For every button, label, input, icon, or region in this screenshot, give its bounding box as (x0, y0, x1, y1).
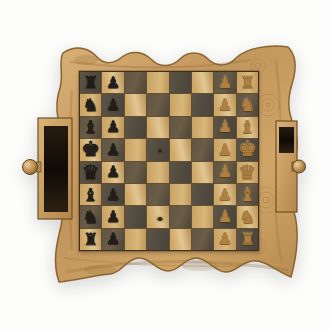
square-g4[interactable] (170, 94, 191, 115)
square-b1[interactable]: ♞ (237, 206, 258, 227)
black-rook-a8[interactable]: ♜ (83, 231, 98, 248)
white-pawn-d2[interactable]: ♟ (218, 164, 232, 180)
square-c3[interactable] (192, 184, 213, 205)
square-a8[interactable]: ♜ (80, 229, 101, 250)
black-pawn-d7[interactable]: ♟ (106, 164, 120, 180)
square-b4[interactable] (170, 206, 191, 227)
square-h7[interactable]: ♟ (102, 72, 123, 93)
square-d2[interactable]: ♟ (214, 162, 235, 183)
black-pawn-h7[interactable]: ♟ (106, 75, 120, 91)
square-d7[interactable]: ♟ (102, 162, 123, 183)
square-g3[interactable] (192, 94, 213, 115)
square-f1[interactable]: ♝ (237, 117, 258, 138)
black-pawn-f7[interactable]: ♟ (106, 119, 120, 135)
square-e8[interactable]: ♚ (80, 139, 101, 160)
white-queen-d1[interactable]: ♛ (238, 162, 256, 182)
black-bishop-c8[interactable]: ♝ (83, 186, 99, 204)
square-a2[interactable]: ♟ (214, 229, 235, 250)
black-king-e8[interactable]: ♚ (81, 139, 100, 160)
white-pawn-b2[interactable]: ♟ (218, 209, 232, 225)
square-c7[interactable]: ♟ (102, 184, 123, 205)
square-b8[interactable]: ♞ (80, 206, 101, 227)
white-pawn-a2[interactable]: ♟ (218, 231, 232, 247)
square-g5[interactable] (147, 94, 168, 115)
square-g2[interactable]: ♟ (214, 94, 235, 115)
square-h8[interactable]: ♜ (80, 72, 101, 93)
white-pawn-g2[interactable]: ♟ (218, 97, 232, 113)
left-drawer-cavity (44, 126, 68, 212)
right-drawer (276, 121, 306, 212)
white-pawn-e2[interactable]: ♟ (218, 142, 232, 158)
white-bishop-f1[interactable]: ♝ (239, 118, 255, 136)
square-a1[interactable]: ♜ (237, 229, 258, 250)
square-a4[interactable] (170, 229, 191, 250)
square-d8[interactable]: ♛ (80, 162, 101, 183)
square-c4[interactable] (170, 184, 191, 205)
white-rook-a1[interactable]: ♜ (240, 231, 255, 248)
square-b5[interactable] (147, 206, 168, 227)
square-g1[interactable]: ♞ (237, 94, 258, 115)
black-pawn-c7[interactable]: ♟ (106, 187, 120, 203)
black-bishop-f8[interactable]: ♝ (83, 118, 99, 136)
square-h3[interactable] (192, 72, 213, 93)
black-pawn-g7[interactable]: ♟ (106, 97, 120, 113)
white-pawn-f2[interactable]: ♟ (218, 119, 232, 135)
square-d3[interactable] (192, 162, 213, 183)
square-h5[interactable] (147, 72, 168, 93)
square-e4[interactable] (170, 139, 191, 160)
chess-board: ♜♟♟♜♞♟♟♞♝♟♟♝♚♟♟♚♛♟♟♛♝♟♟♝♞♟♟♞♜♟♟♜ (79, 71, 259, 251)
square-d5[interactable] (147, 162, 168, 183)
black-knight-g8[interactable]: ♞ (83, 96, 99, 114)
black-pawn-e7[interactable]: ♟ (106, 142, 120, 158)
square-f3[interactable] (192, 117, 213, 138)
square-g7[interactable]: ♟ (102, 94, 123, 115)
square-c1[interactable]: ♝ (237, 184, 258, 205)
square-a6[interactable] (125, 229, 146, 250)
square-h4[interactable] (170, 72, 191, 93)
square-h6[interactable] (125, 72, 146, 93)
square-c6[interactable] (125, 184, 146, 205)
square-g6[interactable] (125, 94, 146, 115)
square-f8[interactable]: ♝ (80, 117, 101, 138)
black-pawn-b7[interactable]: ♟ (106, 209, 120, 225)
square-e1[interactable]: ♚ (237, 139, 258, 160)
square-a3[interactable] (192, 229, 213, 250)
square-c8[interactable]: ♝ (80, 184, 101, 205)
right-drawer-cavity (279, 127, 294, 153)
square-e6[interactable] (125, 139, 146, 160)
square-e5[interactable] (147, 139, 168, 160)
black-queen-d8[interactable]: ♛ (82, 162, 100, 182)
square-f5[interactable] (147, 117, 168, 138)
left-drawer (23, 118, 73, 219)
square-h2[interactable]: ♟ (214, 72, 235, 93)
square-d6[interactable] (125, 162, 146, 183)
white-pawn-h2[interactable]: ♟ (218, 75, 232, 91)
white-king-e1[interactable]: ♚ (238, 139, 257, 160)
square-d4[interactable] (170, 162, 191, 183)
square-a5[interactable] (147, 229, 168, 250)
right-drawer-knob[interactable] (293, 160, 306, 173)
square-a7[interactable]: ♟ (102, 229, 123, 250)
square-e3[interactable] (192, 139, 213, 160)
square-f6[interactable] (125, 117, 146, 138)
black-pawn-a7[interactable]: ♟ (106, 231, 120, 247)
white-bishop-c1[interactable]: ♝ (239, 186, 255, 204)
left-drawer-knob[interactable] (23, 160, 38, 175)
square-c2[interactable]: ♟ (214, 184, 235, 205)
square-c5[interactable] (147, 184, 168, 205)
square-d1[interactable]: ♛ (237, 162, 258, 183)
square-e7[interactable]: ♟ (102, 139, 123, 160)
square-e2[interactable]: ♟ (214, 139, 235, 160)
square-f7[interactable]: ♟ (102, 117, 123, 138)
white-pawn-c2[interactable]: ♟ (218, 187, 232, 203)
square-f2[interactable]: ♟ (214, 117, 235, 138)
chess-set-photo: ♜♟♟♜♞♟♟♞♝♟♟♝♚♟♟♚♛♟♟♛♝♟♟♝♞♟♟♞♜♟♟♜ (0, 0, 332, 332)
black-rook-h8[interactable]: ♜ (83, 74, 98, 91)
black-knight-b8[interactable]: ♞ (83, 208, 99, 226)
square-b6[interactable] (125, 206, 146, 227)
square-g8[interactable]: ♞ (80, 94, 101, 115)
square-f4[interactable] (170, 117, 191, 138)
white-knight-g1[interactable]: ♞ (239, 96, 255, 114)
white-rook-h1[interactable]: ♜ (240, 74, 255, 91)
square-b2[interactable]: ♟ (214, 206, 235, 227)
square-b7[interactable]: ♟ (102, 206, 123, 227)
square-h1[interactable]: ♜ (237, 72, 258, 93)
white-knight-b1[interactable]: ♞ (239, 208, 255, 226)
square-b3[interactable] (192, 206, 213, 227)
